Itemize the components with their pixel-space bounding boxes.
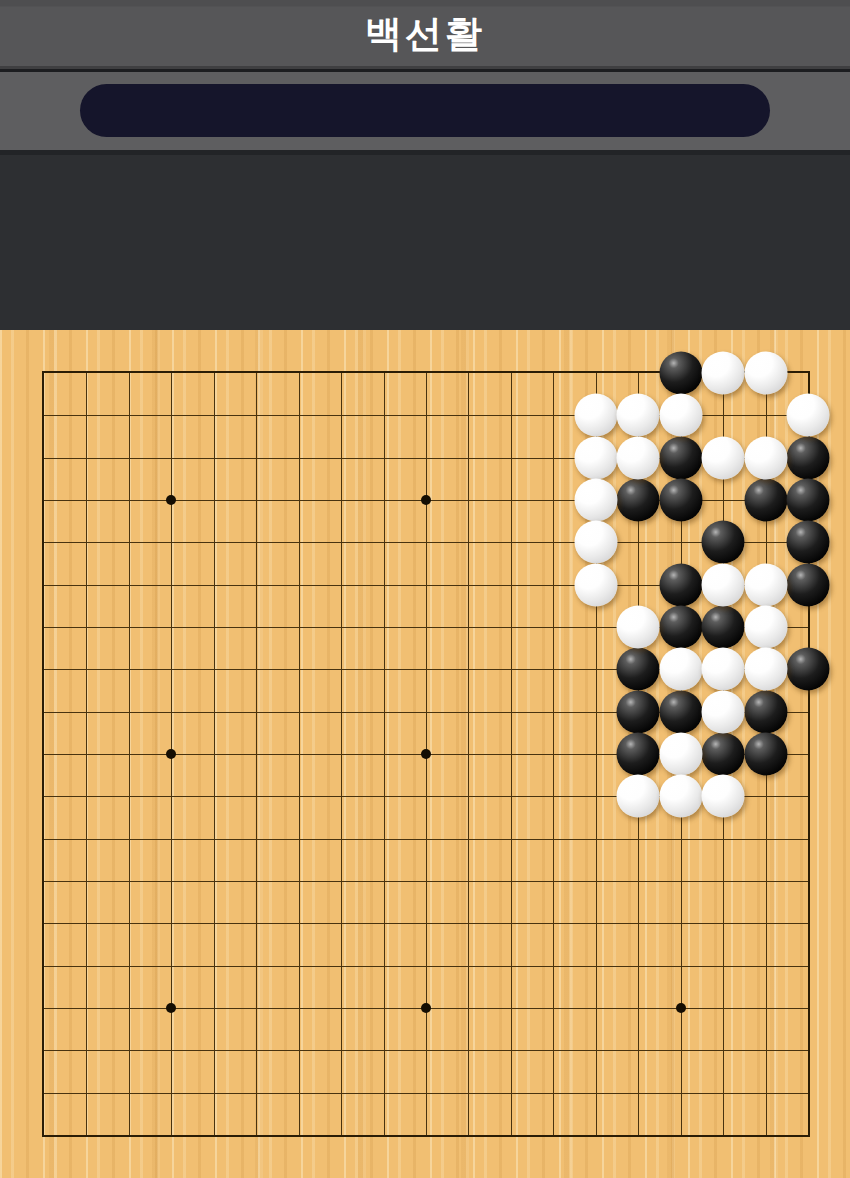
grid-cell <box>384 1050 426 1092</box>
grid-cell <box>723 839 765 881</box>
grid-cell <box>86 754 128 796</box>
grid-cell <box>468 754 510 796</box>
grid-cell <box>129 839 171 881</box>
go-board[interactable] <box>42 371 810 1137</box>
stone-white <box>617 606 660 649</box>
grid-cell <box>44 754 86 796</box>
grid-cell <box>299 1093 341 1135</box>
grid-cell <box>468 839 510 881</box>
grid-cell <box>511 415 553 457</box>
stone-white <box>659 648 702 691</box>
grid-cell <box>553 1008 595 1050</box>
grid-cell <box>44 796 86 838</box>
grid-cell <box>723 1093 765 1135</box>
info-panel <box>0 150 850 330</box>
grid-cell <box>638 1093 680 1135</box>
grid-cell <box>86 1093 128 1135</box>
grid-cell <box>299 415 341 457</box>
stone-black <box>617 690 660 733</box>
grid-cell <box>468 1008 510 1050</box>
grid-cell <box>468 796 510 838</box>
grid-cell <box>299 712 341 754</box>
grid-cell <box>171 966 213 1008</box>
grid-cell <box>511 796 553 838</box>
grid-cell <box>171 415 213 457</box>
grid-cell <box>384 754 426 796</box>
grid-cell <box>214 1008 256 1050</box>
app-screen: 백선활 <box>0 0 850 1178</box>
grid-cell <box>256 754 298 796</box>
grid-cell <box>86 542 128 584</box>
grid-cell <box>256 1008 298 1050</box>
grid-cell <box>384 923 426 965</box>
grid-cell <box>511 881 553 923</box>
grid-cell <box>171 669 213 711</box>
grid-cell <box>468 500 510 542</box>
stone-black <box>702 733 745 776</box>
grid-cell <box>44 585 86 627</box>
grid-cell <box>426 1050 468 1092</box>
grid-cell <box>384 712 426 754</box>
grid-cell <box>766 796 808 838</box>
stone-white <box>702 563 745 606</box>
grid-cell <box>426 796 468 838</box>
grid-cell <box>299 458 341 500</box>
grid-cell <box>468 627 510 669</box>
grid-cell <box>214 415 256 457</box>
grid-cell <box>723 1008 765 1050</box>
stone-black <box>617 479 660 522</box>
board-wood <box>0 330 850 1178</box>
stone-white <box>617 436 660 479</box>
stone-white <box>574 436 617 479</box>
grid-cell <box>86 839 128 881</box>
grid-cell <box>256 669 298 711</box>
grid-cell <box>426 754 468 796</box>
grid-cell <box>256 373 298 415</box>
grid-cell <box>638 1050 680 1092</box>
grid-cell <box>511 923 553 965</box>
grid-cell <box>596 966 638 1008</box>
grid-cell <box>86 500 128 542</box>
grid-cell <box>553 923 595 965</box>
stone-white <box>702 775 745 818</box>
grid-cell <box>214 542 256 584</box>
grid-cell <box>129 923 171 965</box>
grid-cell <box>384 458 426 500</box>
grid-cell <box>384 373 426 415</box>
grid-cell <box>341 923 383 965</box>
grid-cell <box>86 923 128 965</box>
grid-cell <box>596 923 638 965</box>
stone-white <box>659 733 702 776</box>
grid-cell <box>299 500 341 542</box>
grid-cell <box>44 669 86 711</box>
grid-cell <box>129 500 171 542</box>
grid-cell <box>553 796 595 838</box>
grid-cell <box>129 627 171 669</box>
grid-cell <box>256 881 298 923</box>
grid-cell <box>214 966 256 1008</box>
grid-cell <box>553 712 595 754</box>
grid-cell <box>596 881 638 923</box>
grid-cell <box>171 839 213 881</box>
grid-cell <box>426 881 468 923</box>
grid-cell <box>384 796 426 838</box>
grid-cell <box>341 458 383 500</box>
stone-white <box>787 394 830 437</box>
grid-cell <box>299 1050 341 1092</box>
grid-cell <box>171 542 213 584</box>
stone-white <box>659 394 702 437</box>
grid-cell <box>468 585 510 627</box>
grid-cell <box>341 585 383 627</box>
grid-cell <box>129 966 171 1008</box>
grid-cell <box>468 542 510 584</box>
grid-cell <box>86 712 128 754</box>
grid-cell <box>341 627 383 669</box>
grid-cell <box>86 627 128 669</box>
grid-cell <box>426 1008 468 1050</box>
grid-cell <box>511 839 553 881</box>
grid-cell <box>384 839 426 881</box>
stone-black <box>787 479 830 522</box>
grid-cell <box>171 796 213 838</box>
stone-black <box>702 521 745 564</box>
stone-black <box>659 606 702 649</box>
grid-cell <box>511 966 553 1008</box>
grid-cell <box>511 627 553 669</box>
stone-white <box>744 648 787 691</box>
grid-cell <box>299 839 341 881</box>
grid-cell <box>171 1093 213 1135</box>
grid-cell <box>129 669 171 711</box>
stone-black <box>659 436 702 479</box>
grid-cell <box>256 542 298 584</box>
grid-cell <box>171 754 213 796</box>
grid-cell <box>553 966 595 1008</box>
grid-cell <box>553 1050 595 1092</box>
grid-cell <box>553 1093 595 1135</box>
grid-cell <box>468 1093 510 1135</box>
grid-cell <box>596 1008 638 1050</box>
grid-cell <box>256 966 298 1008</box>
grid-cell <box>299 881 341 923</box>
stone-black <box>787 436 830 479</box>
grid-cell <box>426 712 468 754</box>
grid-cell <box>384 881 426 923</box>
grid-cell <box>171 712 213 754</box>
grid-cell <box>171 1008 213 1050</box>
stone-black <box>617 648 660 691</box>
star-point <box>166 749 176 759</box>
grid-cell <box>723 923 765 965</box>
grid-cell <box>86 415 128 457</box>
grid-cell <box>341 1008 383 1050</box>
stone-white <box>702 690 745 733</box>
stone-black <box>702 606 745 649</box>
grid-cell <box>766 923 808 965</box>
grid-cell <box>44 923 86 965</box>
grid-cell <box>86 796 128 838</box>
grid-cell <box>44 500 86 542</box>
stone-white <box>744 563 787 606</box>
grid-cell <box>511 373 553 415</box>
stone-black <box>659 479 702 522</box>
grid-cell <box>171 373 213 415</box>
grid-cell <box>299 796 341 838</box>
grid-cell <box>44 373 86 415</box>
grid-cell <box>299 373 341 415</box>
grid-cell <box>256 923 298 965</box>
star-point <box>421 1003 431 1013</box>
grid-cell <box>341 1093 383 1135</box>
grid-cell <box>468 1050 510 1092</box>
grid-cell <box>214 458 256 500</box>
grid-cell <box>214 585 256 627</box>
star-point <box>676 1003 686 1013</box>
grid-cell <box>44 458 86 500</box>
grid-cell <box>129 754 171 796</box>
grid-cell <box>44 839 86 881</box>
star-point <box>421 749 431 759</box>
grid-cell <box>299 966 341 1008</box>
grid-cell <box>171 458 213 500</box>
grid-cell <box>341 669 383 711</box>
grid-cell <box>766 966 808 1008</box>
grid-cell <box>44 966 86 1008</box>
grid-cell <box>384 966 426 1008</box>
grid-cell <box>384 500 426 542</box>
grid-cell <box>256 415 298 457</box>
grid-cell <box>511 1050 553 1092</box>
star-point <box>421 495 431 505</box>
grid-cell <box>638 923 680 965</box>
stone-white <box>574 521 617 564</box>
grid-cell <box>426 458 468 500</box>
stone-black <box>787 648 830 691</box>
grid-cell <box>256 627 298 669</box>
grid-cell <box>256 585 298 627</box>
grid-cell <box>256 1050 298 1092</box>
grid-cell <box>511 458 553 500</box>
grid-cell <box>426 627 468 669</box>
grid-cell <box>384 542 426 584</box>
grid-cell <box>129 458 171 500</box>
grid-cell <box>299 627 341 669</box>
grid-cell <box>171 1050 213 1092</box>
grid-cell <box>44 627 86 669</box>
grid-cell <box>299 1008 341 1050</box>
grid-cell <box>341 966 383 1008</box>
grid-cell <box>723 881 765 923</box>
stone-black <box>744 479 787 522</box>
grid-cell <box>256 796 298 838</box>
grid-cell <box>129 585 171 627</box>
grid-cell <box>681 923 723 965</box>
stone-white <box>702 352 745 395</box>
grid-cell <box>511 585 553 627</box>
grid-cell <box>214 669 256 711</box>
stone-white <box>574 563 617 606</box>
grid-cell <box>426 585 468 627</box>
grid-cell <box>553 881 595 923</box>
grid-cell <box>468 415 510 457</box>
grid-cell <box>384 415 426 457</box>
grid-cell <box>44 542 86 584</box>
grid-cell <box>511 754 553 796</box>
grid-cell <box>214 839 256 881</box>
grid-cell <box>341 754 383 796</box>
grid-cell <box>129 881 171 923</box>
grid-cell <box>638 1008 680 1050</box>
stone-white <box>702 436 745 479</box>
grid-cell <box>511 500 553 542</box>
grid-cell <box>341 542 383 584</box>
stone-white <box>744 352 787 395</box>
grid-cell <box>681 881 723 923</box>
grid-cell <box>86 966 128 1008</box>
grid-cell <box>468 669 510 711</box>
grid-cell <box>341 881 383 923</box>
grid-cell <box>86 458 128 500</box>
message-bar <box>80 84 770 137</box>
grid-cell <box>553 627 595 669</box>
grid-cell <box>426 373 468 415</box>
grid-cell <box>86 373 128 415</box>
grid-cell <box>214 500 256 542</box>
grid-cell <box>468 458 510 500</box>
message-band <box>0 72 850 150</box>
stone-white <box>617 775 660 818</box>
grid-cell <box>341 712 383 754</box>
grid-cell <box>86 1050 128 1092</box>
grid-cell <box>426 415 468 457</box>
grid-cell <box>766 1093 808 1135</box>
grid-cell <box>426 542 468 584</box>
grid-cell <box>468 712 510 754</box>
stone-white <box>659 775 702 818</box>
grid-cell <box>341 373 383 415</box>
grid-cell <box>256 839 298 881</box>
grid-cell <box>341 1050 383 1092</box>
grid-cell <box>86 881 128 923</box>
stone-white <box>702 648 745 691</box>
grid-cell <box>384 627 426 669</box>
grid-cell <box>468 923 510 965</box>
grid-cell <box>129 542 171 584</box>
grid-cell <box>766 839 808 881</box>
grid-cell <box>129 1093 171 1135</box>
grid-cell <box>129 415 171 457</box>
grid-cell <box>553 839 595 881</box>
grid-cell <box>129 712 171 754</box>
grid-cell <box>214 881 256 923</box>
grid-cell <box>171 500 213 542</box>
grid-cell <box>426 966 468 1008</box>
grid-cell <box>299 669 341 711</box>
stone-white <box>574 394 617 437</box>
page-title: 백선활 <box>365 15 485 52</box>
grid-cell <box>384 1008 426 1050</box>
grid-cell <box>596 1093 638 1135</box>
grid-cell <box>129 796 171 838</box>
grid-cell <box>384 585 426 627</box>
grid-cell <box>426 1093 468 1135</box>
grid-cell <box>256 712 298 754</box>
grid-cell <box>171 881 213 923</box>
grid-cell <box>256 458 298 500</box>
stone-black <box>787 521 830 564</box>
grid-cell <box>214 373 256 415</box>
grid-cell <box>256 1093 298 1135</box>
grid-cell <box>341 500 383 542</box>
grid-cell <box>426 839 468 881</box>
grid-cell <box>681 966 723 1008</box>
grid-cell <box>553 669 595 711</box>
stone-white <box>744 606 787 649</box>
grid-cell <box>511 669 553 711</box>
grid-cell <box>86 1008 128 1050</box>
grid-cell <box>86 585 128 627</box>
stone-black <box>787 563 830 606</box>
stone-black <box>744 733 787 776</box>
grid-cell <box>341 839 383 881</box>
grid-cell <box>596 1050 638 1092</box>
grid-cell <box>171 923 213 965</box>
grid-cell <box>214 796 256 838</box>
stone-black <box>659 352 702 395</box>
grid-cell <box>766 1008 808 1050</box>
grid-cell <box>256 500 298 542</box>
stone-black <box>744 690 787 733</box>
grid-cell <box>638 966 680 1008</box>
grid-cell <box>681 1093 723 1135</box>
grid-cell <box>426 500 468 542</box>
grid-cell <box>214 627 256 669</box>
grid-cell <box>766 881 808 923</box>
grid-cell <box>468 373 510 415</box>
grid-cell <box>681 839 723 881</box>
grid-cell <box>214 1093 256 1135</box>
grid-cell <box>299 585 341 627</box>
grid-cell <box>468 966 510 1008</box>
grid-cell <box>214 754 256 796</box>
grid-cell <box>129 1050 171 1092</box>
grid-cell <box>723 1050 765 1092</box>
grid-cell <box>511 712 553 754</box>
grid-cell <box>44 1050 86 1092</box>
star-point <box>166 495 176 505</box>
stone-black <box>659 563 702 606</box>
grid-cell <box>44 712 86 754</box>
grid-cell <box>214 1050 256 1092</box>
title-bar: 백선활 <box>0 0 850 69</box>
grid-cell <box>44 881 86 923</box>
grid-cell <box>171 627 213 669</box>
grid-cell <box>44 1008 86 1050</box>
grid-cell <box>681 1008 723 1050</box>
star-point <box>166 1003 176 1013</box>
stone-white <box>744 436 787 479</box>
grid-cell <box>299 542 341 584</box>
stone-black <box>617 733 660 776</box>
grid-cell <box>384 669 426 711</box>
grid-cell <box>341 796 383 838</box>
grid-cell <box>426 923 468 965</box>
stone-white <box>617 394 660 437</box>
grid-cell <box>511 1093 553 1135</box>
